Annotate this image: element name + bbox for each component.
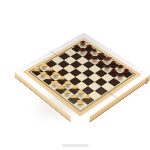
box-clasp: [146, 77, 149, 84]
watermark: [62, 144, 89, 147]
product-photo-scene: ♜♞♝♛♚♝♞♜♟♟♟♟♟♟♟♟♟♟♟♟♟♟♟♟♜♞♝♛♚♝♞♜: [0, 0, 150, 150]
piece-white-rook: ♜: [75, 94, 85, 105]
piece-black-pawn: ♟: [116, 70, 124, 79]
